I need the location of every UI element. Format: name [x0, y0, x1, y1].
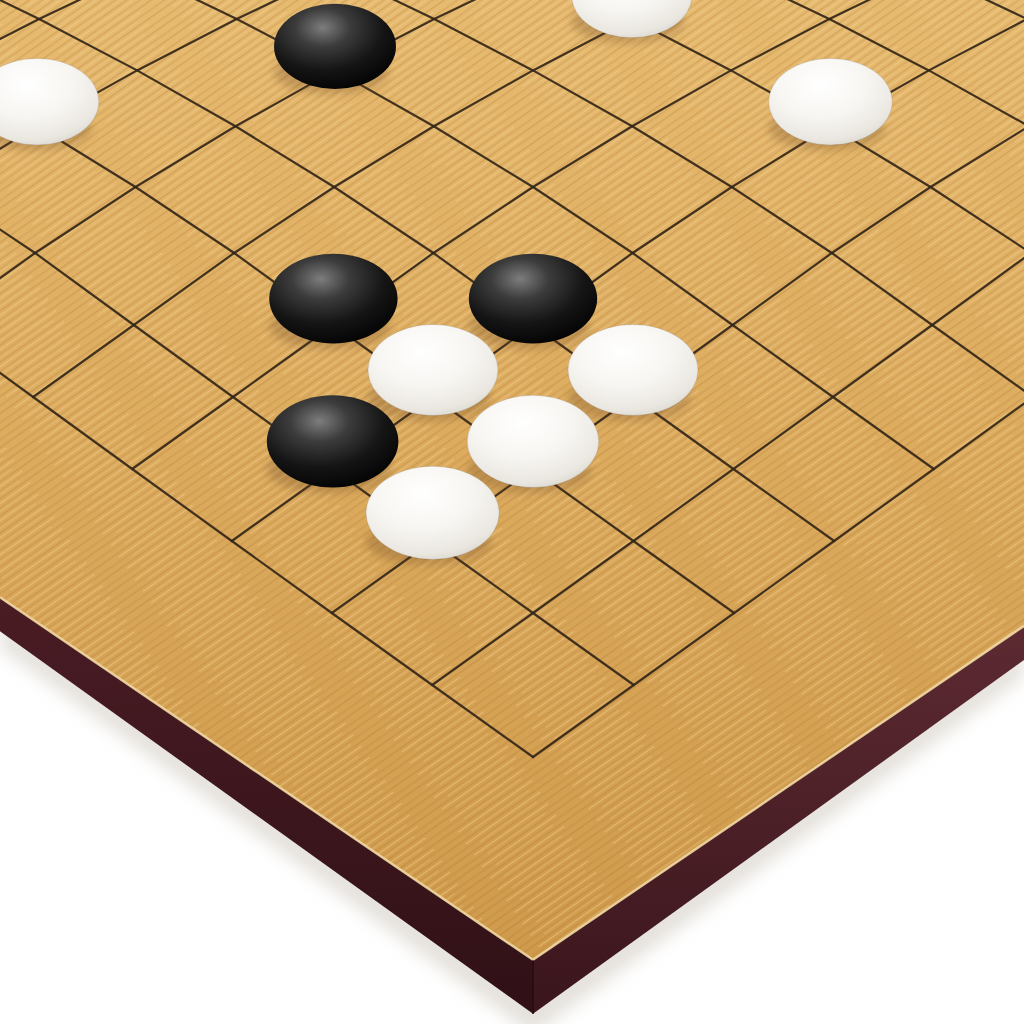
black-stone	[274, 4, 396, 95]
black-stone	[269, 254, 398, 349]
white-stone	[368, 325, 498, 422]
go-board	[0, 0, 1024, 1024]
go-board-photo	[0, 0, 1024, 1024]
black-stone	[469, 254, 597, 349]
white-stone	[768, 58, 892, 150]
white-stone	[366, 466, 499, 565]
white-stone	[568, 325, 698, 422]
black-stone	[267, 395, 399, 493]
white-stone	[467, 395, 599, 493]
